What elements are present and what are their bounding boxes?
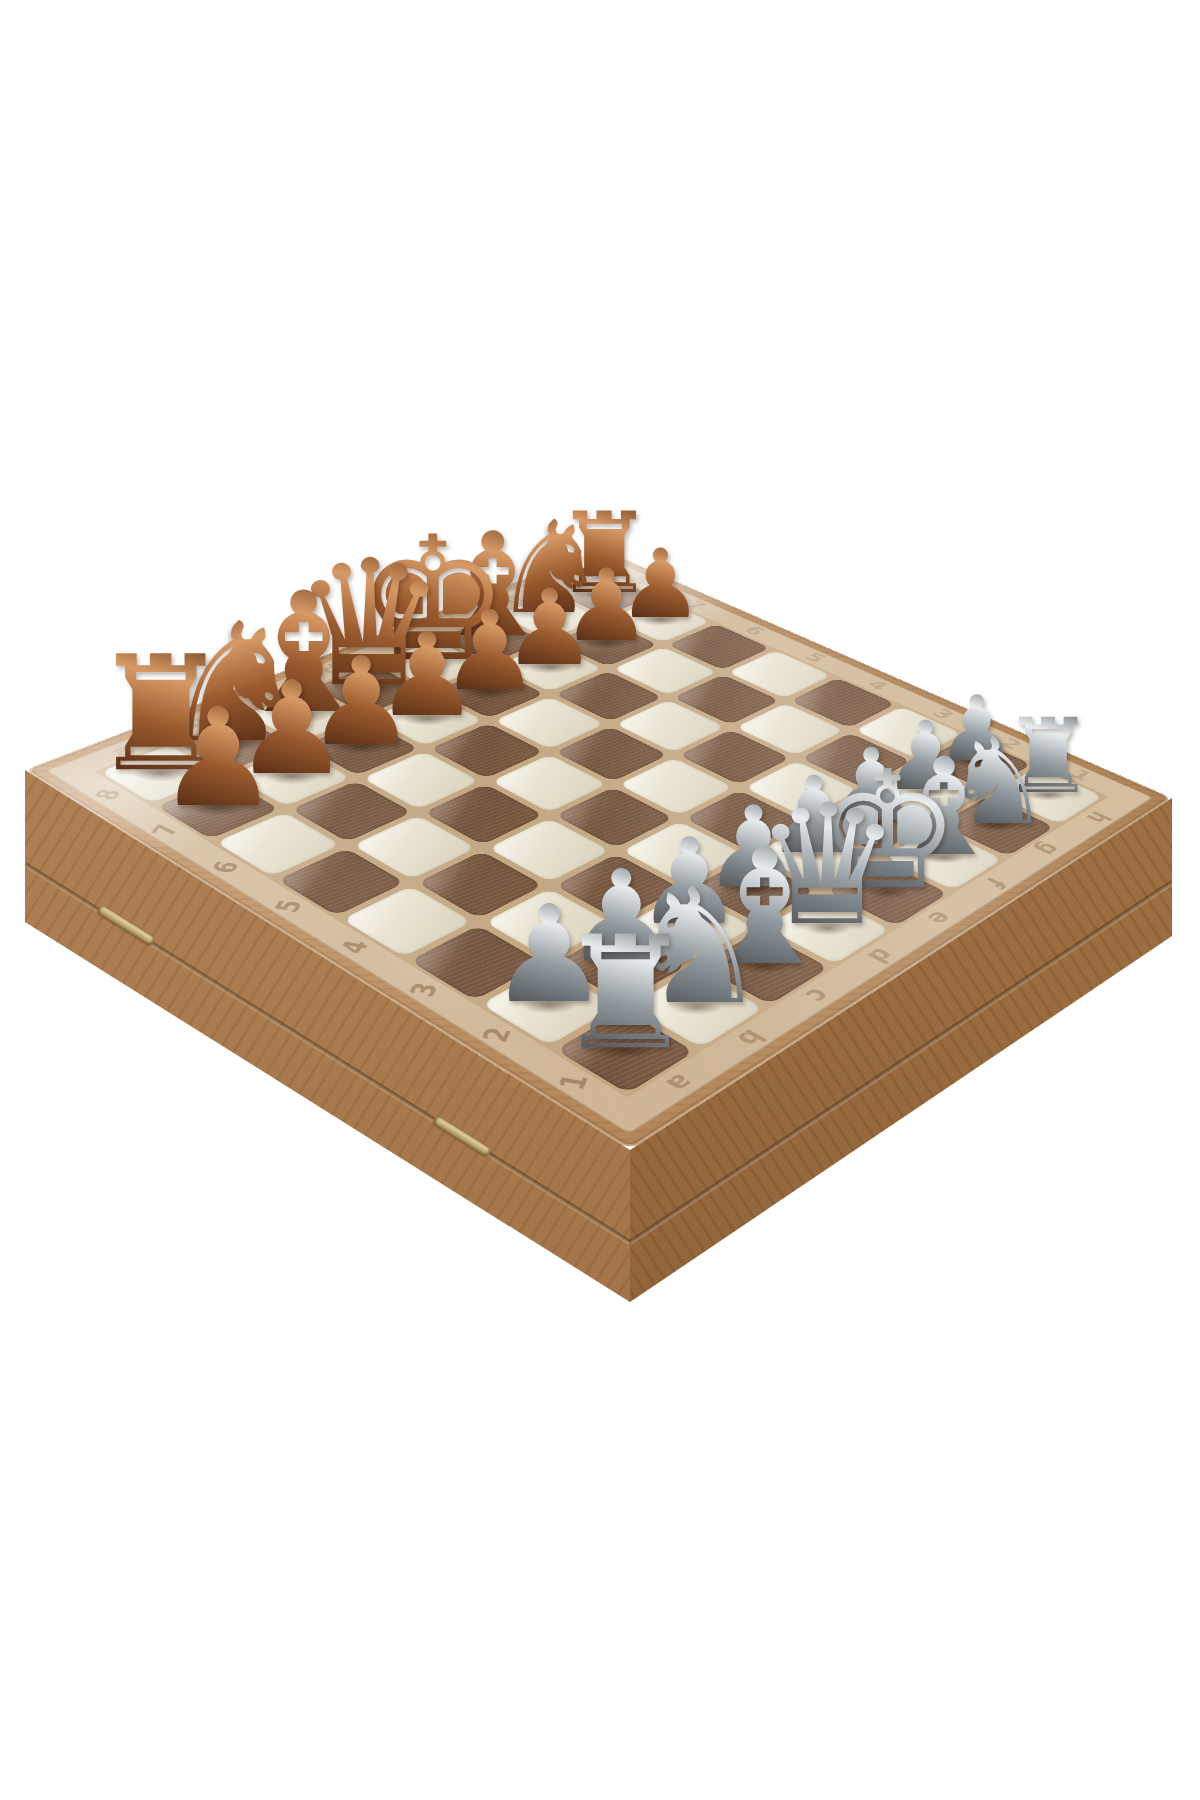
chess-box-scene: 8877665544332211aabbccddeeffgghh ♜♞♟♝♟♚♟… [0, 0, 1200, 1800]
board-top-face: 8877665544332211aabbccddeeffgghh [25, 549, 1172, 1150]
